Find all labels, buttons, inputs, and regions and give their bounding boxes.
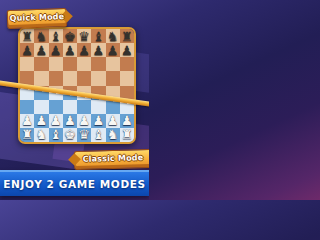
quick-mode-label: Quick Mode [9,12,64,23]
board-cell-b5 [34,71,48,85]
board-cell-h1: ♜ [120,128,134,142]
piece-white-pawn: ♟ [36,114,48,127]
board-cell-a2: ♟ [20,114,34,128]
board-cell-d6 [63,57,77,71]
piece-black-pawn: ♟ [121,43,133,56]
board-cell-d2: ♟ [63,114,77,128]
piece-white-knight: ♞ [36,128,48,141]
piece-white-queen: ♛ [78,128,90,141]
board-cell-g2: ♟ [106,114,120,128]
board-cell-f2: ♟ [91,114,105,128]
piece-black-queen: ♛ [78,29,90,42]
piece-white-bishop: ♝ [50,128,62,141]
piece-white-pawn: ♟ [93,114,105,127]
board-cell-e3 [77,100,91,114]
board-cell-f5 [91,71,105,85]
board-cell-a6 [20,57,34,71]
board-cell-b1: ♞ [34,128,48,142]
board-cell-d1: ♚ [63,128,77,142]
board-cell-g5 [106,71,120,85]
game-modes-banner: ENJOY 2 GAME MODES [0,170,149,196]
piece-black-pawn: ♟ [93,43,105,56]
board-cell-e7: ♟ [77,43,91,57]
board-cell-h6 [120,57,134,71]
board-cell-a8: ♜ [20,29,34,43]
piece-white-pawn: ♟ [78,114,90,127]
board-cell-e6 [77,57,91,71]
piece-black-bishop: ♝ [93,29,105,42]
piece-white-pawn: ♟ [21,114,33,127]
board-cell-f3 [91,100,105,114]
piece-black-knight: ♞ [107,29,119,42]
board-cell-e2: ♟ [77,114,91,128]
piece-black-pawn: ♟ [50,43,62,56]
piece-white-pawn: ♟ [50,114,62,127]
board-cell-b7: ♟ [34,43,48,57]
classic-mode-label: Classic Mode [82,153,143,164]
board-cell-d5 [63,71,77,85]
piece-black-pawn: ♟ [21,43,33,56]
piece-white-bishop: ♝ [93,128,105,141]
piece-black-rook: ♜ [121,29,133,42]
board-cell-h5 [120,71,134,85]
board-cell-e1: ♛ [77,128,91,142]
board-cell-d8: ♚ [63,29,77,43]
board-cell-c6 [49,57,63,71]
board-cell-h2: ♟ [120,114,134,128]
board-cell-a1: ♜ [20,128,34,142]
board-cell-d7: ♟ [63,43,77,57]
board-cell-c8: ♝ [49,29,63,43]
board-cell-f8: ♝ [91,29,105,43]
piece-black-pawn: ♟ [107,43,119,56]
board-cell-g8: ♞ [106,29,120,43]
board-cell-e5 [77,71,91,85]
board-cell-f7: ♟ [91,43,105,57]
board-cell-d3 [63,100,77,114]
piece-white-king: ♚ [64,128,76,141]
piece-white-pawn: ♟ [64,114,76,127]
board-cell-b6 [34,57,48,71]
piece-white-knight: ♞ [107,128,119,141]
board-cell-b3 [34,100,48,114]
piece-black-rook: ♜ [21,29,33,42]
board-cell-c3 [49,100,63,114]
board-cell-h8: ♜ [120,29,134,43]
board-cell-c5 [49,71,63,85]
piece-white-pawn: ♟ [107,114,119,127]
piece-black-pawn: ♟ [36,43,48,56]
board-cell-g1: ♞ [106,128,120,142]
board-cell-a7: ♟ [20,43,34,57]
board-cell-g6 [106,57,120,71]
board-cell-c2: ♟ [49,114,63,128]
piece-black-knight: ♞ [36,29,48,42]
piece-black-bishop: ♝ [50,29,62,42]
board-cell-c7: ♟ [49,43,63,57]
board-cell-b2: ♟ [34,114,48,128]
piece-white-pawn: ♟ [121,114,133,127]
game-modes-banner-text: ENJOY 2 GAME MODES [3,178,145,190]
board-cell-e8: ♛ [77,29,91,43]
piece-black-pawn: ♟ [64,43,76,56]
board-cell-h7: ♟ [120,43,134,57]
piece-black-pawn: ♟ [78,43,90,56]
board-cell-c1: ♝ [49,128,63,142]
piece-white-rook: ♜ [121,128,133,141]
board-cell-f6 [91,57,105,71]
board-cell-b8: ♞ [34,29,48,43]
piece-black-king: ♚ [64,29,76,42]
piece-white-rook: ♜ [21,128,33,141]
board-cell-a3 [20,100,34,114]
board-cell-g7: ♟ [106,43,120,57]
classic-mode-ribbon[interactable]: Classic Mode [74,149,149,170]
quick-mode-ribbon[interactable]: Quick Mode [7,8,68,29]
board-cell-f1: ♝ [91,128,105,142]
